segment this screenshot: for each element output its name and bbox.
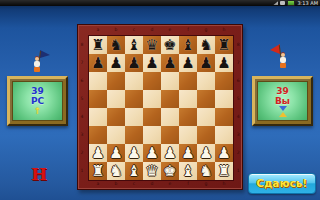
square-h4[interactable]: [215, 108, 233, 126]
square-b2[interactable]: ♟: [107, 144, 125, 162]
square-b3[interactable]: [107, 126, 125, 144]
square-b1[interactable]: ♞: [107, 162, 125, 180]
square-e1[interactable]: ♚: [161, 162, 179, 180]
chess-app-screen: 3:13 AM 39 PC ↑ abcdefgh abcdefgh 876543…: [0, 0, 320, 200]
logo-letter: H: [31, 164, 47, 184]
square-a8[interactable]: ♜: [89, 36, 107, 54]
black-pawn: ♟: [143, 54, 161, 72]
square-c2[interactable]: ♟: [125, 144, 143, 162]
square-d8[interactable]: ♛: [143, 36, 161, 54]
black-knight: ♞: [197, 36, 215, 54]
square-b5[interactable]: [107, 90, 125, 108]
status-bar: 3:13 AM: [0, 0, 320, 6]
white-knight: ♞: [197, 162, 215, 180]
black-pawn: ♟: [197, 54, 215, 72]
pc-score: 39: [31, 86, 44, 96]
square-d7[interactable]: ♟: [143, 54, 161, 72]
square-e6[interactable]: [161, 72, 179, 90]
white-pawn: ♟: [125, 144, 143, 162]
square-e5[interactable]: [161, 90, 179, 108]
square-f3[interactable]: [179, 126, 197, 144]
player-label: Вы: [275, 96, 290, 106]
white-pawn: ♟: [197, 144, 215, 162]
white-pawn: ♟: [179, 144, 197, 162]
square-e8[interactable]: ♚: [161, 36, 179, 54]
square-f7[interactable]: ♟: [179, 54, 197, 72]
square-d5[interactable]: [143, 90, 161, 108]
black-rook: ♜: [215, 36, 233, 54]
square-b7[interactable]: ♟: [107, 54, 125, 72]
pc-score-frame: 39 PC ↑: [7, 76, 68, 126]
square-a7[interactable]: ♟: [89, 54, 107, 72]
square-h6[interactable]: [215, 72, 233, 90]
square-f8[interactable]: ♝: [179, 36, 197, 54]
black-pawn: ♟: [161, 54, 179, 72]
square-f6[interactable]: [179, 72, 197, 90]
white-rook: ♜: [89, 162, 107, 180]
black-pawn: ♟: [107, 54, 125, 72]
black-king: ♚: [161, 36, 179, 54]
pc-score-screen: 39 PC ↑: [13, 82, 62, 120]
black-pawn: ♟: [179, 54, 197, 72]
square-b8[interactable]: ♞: [107, 36, 125, 54]
white-knight: ♞: [107, 162, 125, 180]
black-bishop: ♝: [179, 36, 197, 54]
pc-herald-figure: [28, 50, 52, 76]
square-g7[interactable]: ♟: [197, 54, 215, 72]
square-h5[interactable]: [215, 90, 233, 108]
resign-button[interactable]: Сдаюсь!: [248, 173, 316, 194]
square-c8[interactable]: ♝: [125, 36, 143, 54]
square-a1[interactable]: ♜: [89, 162, 107, 180]
square-g3[interactable]: [197, 126, 215, 144]
status-time: 3:13 AM: [297, 0, 318, 6]
square-h7[interactable]: ♟: [215, 54, 233, 72]
square-g6[interactable]: [197, 72, 215, 90]
player-score: 39: [276, 86, 289, 96]
signal-icon: [273, 1, 278, 5]
square-d2[interactable]: ♟: [143, 144, 161, 162]
square-d6[interactable]: [143, 72, 161, 90]
square-d1[interactable]: ♛: [143, 162, 161, 180]
white-queen: ♛: [143, 162, 161, 180]
player-score-frame: 39 Вы: [252, 76, 313, 126]
herald-legs: [34, 67, 40, 72]
square-a2[interactable]: ♟: [89, 144, 107, 162]
square-g5[interactable]: [197, 90, 215, 108]
herald-legs: [280, 63, 286, 68]
black-pawn: ♟: [89, 54, 107, 72]
square-g2[interactable]: ♟: [197, 144, 215, 162]
black-pawn: ♟: [215, 54, 233, 72]
square-c6[interactable]: [125, 72, 143, 90]
black-pawn: ♟: [125, 54, 143, 72]
rank-labels-left: 87654321: [81, 36, 84, 180]
square-a4[interactable]: [89, 108, 107, 126]
square-b4[interactable]: [107, 108, 125, 126]
square-g4[interactable]: [197, 108, 215, 126]
white-pawn: ♟: [215, 144, 233, 162]
hourglass-icon: [278, 106, 288, 117]
white-rook: ♜: [215, 162, 233, 180]
player-score-screen: 39 Вы: [258, 82, 307, 120]
square-a6[interactable]: [89, 72, 107, 90]
player-herald-figure: [270, 44, 294, 70]
square-f4[interactable]: [179, 108, 197, 126]
square-g8[interactable]: ♞: [197, 36, 215, 54]
square-b6[interactable]: [107, 72, 125, 90]
chess-board[interactable]: ♜♞♝♛♚♝♞♜♟♟♟♟♟♟♟♟♟♟♟♟♟♟♟♟♜♞♝♛♚♝♞♜: [88, 35, 234, 181]
white-pawn: ♟: [89, 144, 107, 162]
square-c7[interactable]: ♟: [125, 54, 143, 72]
square-h3[interactable]: [215, 126, 233, 144]
white-bishop: ♝: [179, 162, 197, 180]
black-queen: ♛: [143, 36, 161, 54]
black-bishop: ♝: [125, 36, 143, 54]
pc-label: PC: [31, 96, 44, 106]
square-f2[interactable]: ♟: [179, 144, 197, 162]
network-icon: [280, 1, 285, 5]
chess-board-frame: abcdefgh abcdefgh 87654321 87654321 ♜♞♝♛…: [77, 24, 243, 190]
white-king: ♚: [161, 162, 179, 180]
square-h1[interactable]: ♜: [215, 162, 233, 180]
black-rook: ♜: [89, 36, 107, 54]
square-g1[interactable]: ♞: [197, 162, 215, 180]
square-c4[interactable]: [125, 108, 143, 126]
battery-icon: [287, 0, 295, 6]
square-e3[interactable]: [161, 126, 179, 144]
square-c1[interactable]: ♝: [125, 162, 143, 180]
square-e2[interactable]: ♟: [161, 144, 179, 162]
square-h2[interactable]: ♟: [215, 144, 233, 162]
blue-flag-icon: [40, 50, 50, 58]
square-f1[interactable]: ♝: [179, 162, 197, 180]
black-knight: ♞: [107, 36, 125, 54]
square-d4[interactable]: [143, 108, 161, 126]
square-e4[interactable]: [161, 108, 179, 126]
square-a3[interactable]: [89, 126, 107, 144]
square-f5[interactable]: [179, 90, 197, 108]
square-d3[interactable]: [143, 126, 161, 144]
resign-button-label: Сдаюсь!: [257, 178, 308, 189]
white-pawn: ♟: [107, 144, 125, 162]
square-c5[interactable]: [125, 90, 143, 108]
square-a5[interactable]: [89, 90, 107, 108]
square-h8[interactable]: ♜: [215, 36, 233, 54]
file-labels-bottom: abcdefgh: [89, 182, 233, 187]
square-c3[interactable]: [125, 126, 143, 144]
up-arrow-icon: ↑: [34, 106, 42, 117]
white-bishop: ♝: [125, 162, 143, 180]
white-pawn: ♟: [143, 144, 161, 162]
square-e7[interactable]: ♟: [161, 54, 179, 72]
rank-labels-right: 87654321: [237, 36, 240, 180]
file-labels-top: abcdefgh: [89, 28, 233, 33]
white-pawn: ♟: [161, 144, 179, 162]
